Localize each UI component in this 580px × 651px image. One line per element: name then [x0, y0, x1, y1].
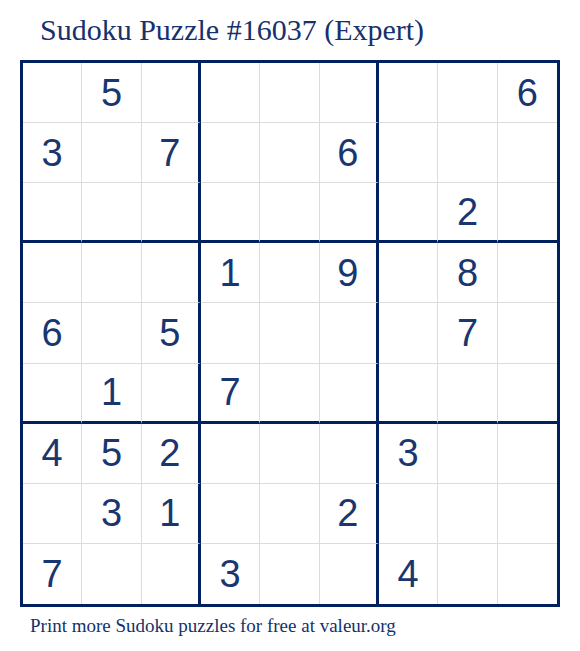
cell-r1c9: 6: [498, 63, 557, 123]
cell-r8c2: 3: [82, 484, 141, 544]
cell-r5c7[interactable]: [379, 303, 438, 363]
cell-r9c4: 3: [201, 544, 260, 604]
cell-r1c2: 5: [82, 63, 141, 123]
cell-r5c4[interactable]: [201, 303, 260, 363]
cell-r8c6: 2: [320, 484, 379, 544]
cell-r3c3[interactable]: [142, 183, 201, 243]
cell-r6c4: 7: [201, 364, 260, 424]
cell-r4c8: 8: [438, 243, 497, 303]
cell-r7c3: 2: [142, 424, 201, 484]
cell-r9c1: 7: [23, 544, 82, 604]
cell-r2c2[interactable]: [82, 123, 141, 183]
cell-r1c5[interactable]: [260, 63, 319, 123]
cell-r6c2: 1: [82, 364, 141, 424]
cell-r1c7[interactable]: [379, 63, 438, 123]
cell-r9c3[interactable]: [142, 544, 201, 604]
cell-r9c7: 4: [379, 544, 438, 604]
page-title: Sudoku Puzzle #16037 (Expert): [40, 13, 424, 47]
cell-r9c6[interactable]: [320, 544, 379, 604]
cell-r1c8[interactable]: [438, 63, 497, 123]
cell-r4c1[interactable]: [23, 243, 82, 303]
cell-r5c2[interactable]: [82, 303, 141, 363]
cell-r7c7: 3: [379, 424, 438, 484]
cell-r4c5[interactable]: [260, 243, 319, 303]
cell-r9c5[interactable]: [260, 544, 319, 604]
cell-r5c1: 6: [23, 303, 82, 363]
cell-r6c8[interactable]: [438, 364, 497, 424]
cell-r4c9[interactable]: [498, 243, 557, 303]
cell-r7c9[interactable]: [498, 424, 557, 484]
cell-r8c5[interactable]: [260, 484, 319, 544]
cell-r6c3[interactable]: [142, 364, 201, 424]
cell-r8c9[interactable]: [498, 484, 557, 544]
cell-r2c3: 7: [142, 123, 201, 183]
cell-r3c5[interactable]: [260, 183, 319, 243]
cell-r4c2[interactable]: [82, 243, 141, 303]
cell-r2c4[interactable]: [201, 123, 260, 183]
cell-r3c4[interactable]: [201, 183, 260, 243]
cell-r5c8: 7: [438, 303, 497, 363]
sudoku-board: 563762198657174523312734: [20, 60, 560, 607]
cell-r2c6: 6: [320, 123, 379, 183]
cell-r7c8[interactable]: [438, 424, 497, 484]
cell-r4c4: 1: [201, 243, 260, 303]
cell-r6c9[interactable]: [498, 364, 557, 424]
cell-r3c8: 2: [438, 183, 497, 243]
cell-r5c5[interactable]: [260, 303, 319, 363]
cell-r2c7[interactable]: [379, 123, 438, 183]
cell-r1c6[interactable]: [320, 63, 379, 123]
cell-r8c7[interactable]: [379, 484, 438, 544]
cell-r8c4[interactable]: [201, 484, 260, 544]
cell-r6c5[interactable]: [260, 364, 319, 424]
cell-r5c6[interactable]: [320, 303, 379, 363]
cell-r9c2[interactable]: [82, 544, 141, 604]
cell-r8c1[interactable]: [23, 484, 82, 544]
cell-r1c4[interactable]: [201, 63, 260, 123]
cell-r2c9[interactable]: [498, 123, 557, 183]
cell-r9c9: [498, 544, 557, 604]
cell-r1c1[interactable]: [23, 63, 82, 123]
cell-r8c3: 1: [142, 484, 201, 544]
cell-r7c1: 4: [23, 424, 82, 484]
cell-r6c6[interactable]: [320, 364, 379, 424]
cell-r7c5[interactable]: [260, 424, 319, 484]
cell-r7c4[interactable]: [201, 424, 260, 484]
cell-r1c3[interactable]: [142, 63, 201, 123]
cell-r3c9[interactable]: [498, 183, 557, 243]
sudoku-page: Sudoku Puzzle #16037 (Expert) 5637621986…: [0, 0, 580, 651]
cell-r2c5[interactable]: [260, 123, 319, 183]
cell-r4c3[interactable]: [142, 243, 201, 303]
cell-r6c1[interactable]: [23, 364, 82, 424]
footer-text: Print more Sudoku puzzles for free at va…: [30, 615, 396, 637]
cell-r4c7[interactable]: [379, 243, 438, 303]
cell-r7c2: 5: [82, 424, 141, 484]
cell-r2c1: 3: [23, 123, 82, 183]
cell-r3c6[interactable]: [320, 183, 379, 243]
cell-r3c1[interactable]: [23, 183, 82, 243]
cell-r3c2[interactable]: [82, 183, 141, 243]
cell-r3c7[interactable]: [379, 183, 438, 243]
cell-r7c6[interactable]: [320, 424, 379, 484]
cell-r4c6: 9: [320, 243, 379, 303]
cell-r5c3: 5: [142, 303, 201, 363]
cell-r8c8[interactable]: [438, 484, 497, 544]
cell-r2c8[interactable]: [438, 123, 497, 183]
cell-r6c7[interactable]: [379, 364, 438, 424]
cell-r9c8[interactable]: [438, 544, 497, 604]
cell-r5c9[interactable]: [498, 303, 557, 363]
